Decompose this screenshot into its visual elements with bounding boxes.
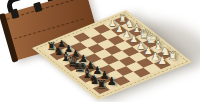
pieces-layer: ♜♟♟♜♞♟♟♞♝♟♟♝♛♟♟♛♚♟♟♚♝♟♟♝♞♟♟♞♜♟♟♜ bbox=[0, 0, 200, 102]
piece-black-pawn[interactable]: ♟ bbox=[107, 76, 117, 87]
piece-white-rook[interactable]: ♜ bbox=[168, 52, 178, 63]
piece-black-rook[interactable]: ♜ bbox=[96, 79, 107, 92]
product-photo-stage: ♜♟♟♜♞♟♟♞♝♟♟♝♛♟♟♛♚♟♟♚♝♟♟♝♞♟♟♞♜♟♟♜ bbox=[0, 0, 200, 102]
piece-white-pawn[interactable]: ♟ bbox=[158, 57, 167, 67]
